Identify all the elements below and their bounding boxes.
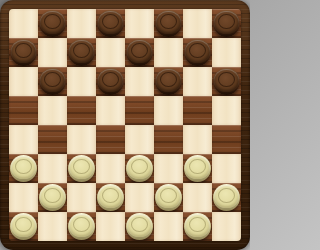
square-e1[interactable]: [125, 212, 154, 241]
square-f6[interactable]: [154, 67, 183, 96]
light-piece[interactable]: [213, 184, 240, 211]
square-h8[interactable]: [212, 9, 241, 38]
piece-groove-ring: [73, 159, 89, 174]
square-a1[interactable]: [9, 212, 38, 241]
square-c3[interactable]: [67, 154, 96, 183]
piece-face: [40, 69, 65, 93]
square-c5[interactable]: [67, 96, 96, 125]
piece-groove-ring: [189, 159, 205, 174]
square-g1[interactable]: [183, 212, 212, 241]
piece-groove-ring: [189, 43, 205, 58]
piece-groove-ring: [73, 43, 89, 58]
piece-groove-ring: [131, 217, 147, 232]
piece-groove-ring: [160, 188, 176, 203]
dark-piece[interactable]: [184, 39, 211, 66]
piece-face: [214, 69, 239, 93]
piece-face: [40, 11, 65, 35]
square-a3[interactable]: [9, 154, 38, 183]
square-d5[interactable]: [96, 96, 125, 125]
square-g7[interactable]: [183, 38, 212, 67]
piece-groove-ring: [218, 14, 234, 29]
square-b2[interactable]: [38, 183, 67, 212]
square-h7[interactable]: [212, 38, 241, 67]
square-a6[interactable]: [9, 67, 38, 96]
dark-piece[interactable]: [213, 68, 240, 95]
square-a4[interactable]: [9, 125, 38, 154]
square-h2[interactable]: [212, 183, 241, 212]
square-e5[interactable]: [125, 96, 154, 125]
dark-piece[interactable]: [39, 68, 66, 95]
light-piece[interactable]: [10, 155, 37, 182]
dark-piece[interactable]: [126, 39, 153, 66]
square-f3[interactable]: [154, 154, 183, 183]
piece-face: [69, 156, 94, 180]
piece-face: [156, 11, 181, 35]
square-d3[interactable]: [96, 154, 125, 183]
piece-groove-ring: [102, 188, 118, 203]
dark-piece[interactable]: [155, 10, 182, 37]
piece-face: [127, 214, 152, 238]
piece-face: [11, 156, 36, 180]
square-c6[interactable]: [67, 67, 96, 96]
square-f8[interactable]: [154, 9, 183, 38]
light-piece[interactable]: [184, 213, 211, 240]
piece-face: [69, 214, 94, 238]
square-f4[interactable]: [154, 125, 183, 154]
piece-groove-ring: [102, 14, 118, 29]
square-b6[interactable]: [38, 67, 67, 96]
piece-face: [127, 156, 152, 180]
dark-piece[interactable]: [213, 10, 240, 37]
piece-face: [40, 185, 65, 209]
piece-groove-ring: [15, 159, 31, 174]
light-piece[interactable]: [184, 155, 211, 182]
square-g5[interactable]: [183, 96, 212, 125]
square-b8[interactable]: [38, 9, 67, 38]
square-b4[interactable]: [38, 125, 67, 154]
piece-groove-ring: [44, 14, 60, 29]
piece-groove-ring: [15, 43, 31, 58]
piece-face: [98, 185, 123, 209]
square-b5[interactable]: [38, 96, 67, 125]
square-f7[interactable]: [154, 38, 183, 67]
dark-piece[interactable]: [97, 68, 124, 95]
piece-groove-ring: [160, 14, 176, 29]
square-h5[interactable]: [212, 96, 241, 125]
square-a2[interactable]: [9, 183, 38, 212]
square-g6[interactable]: [183, 67, 212, 96]
square-g2[interactable]: [183, 183, 212, 212]
square-e8[interactable]: [125, 9, 154, 38]
piece-face: [69, 40, 94, 64]
square-c4[interactable]: [67, 125, 96, 154]
light-piece[interactable]: [126, 155, 153, 182]
checkers-board-frame: [0, 0, 250, 250]
square-f1[interactable]: [154, 212, 183, 241]
light-piece[interactable]: [68, 213, 95, 240]
square-f2[interactable]: [154, 183, 183, 212]
square-b7[interactable]: [38, 38, 67, 67]
square-b1[interactable]: [38, 212, 67, 241]
square-b3[interactable]: [38, 154, 67, 183]
square-a7[interactable]: [9, 38, 38, 67]
square-g4[interactable]: [183, 125, 212, 154]
piece-face: [11, 40, 36, 64]
piece-groove-ring: [189, 217, 205, 232]
piece-face: [214, 185, 239, 209]
piece-face: [185, 214, 210, 238]
square-d7[interactable]: [96, 38, 125, 67]
piece-groove-ring: [102, 72, 118, 87]
square-e2[interactable]: [125, 183, 154, 212]
light-piece[interactable]: [155, 184, 182, 211]
square-h4[interactable]: [212, 125, 241, 154]
light-piece[interactable]: [97, 184, 124, 211]
square-c8[interactable]: [67, 9, 96, 38]
piece-face: [214, 11, 239, 35]
piece-groove-ring: [218, 188, 234, 203]
square-f5[interactable]: [154, 96, 183, 125]
piece-groove-ring: [131, 43, 147, 58]
piece-face: [98, 11, 123, 35]
square-h3[interactable]: [212, 154, 241, 183]
square-d8[interactable]: [96, 9, 125, 38]
light-piece[interactable]: [39, 184, 66, 211]
square-d1[interactable]: [96, 212, 125, 241]
square-c7[interactable]: [67, 38, 96, 67]
square-e3[interactable]: [125, 154, 154, 183]
square-e6[interactable]: [125, 67, 154, 96]
square-h1[interactable]: [212, 212, 241, 241]
piece-groove-ring: [218, 72, 234, 87]
piece-groove-ring: [160, 72, 176, 87]
square-c2[interactable]: [67, 183, 96, 212]
light-piece[interactable]: [10, 213, 37, 240]
piece-face: [127, 40, 152, 64]
square-g8[interactable]: [183, 9, 212, 38]
piece-groove-ring: [44, 188, 60, 203]
piece-face: [185, 40, 210, 64]
piece-groove-ring: [73, 217, 89, 232]
light-piece[interactable]: [68, 155, 95, 182]
dark-piece[interactable]: [10, 39, 37, 66]
dark-piece[interactable]: [155, 68, 182, 95]
square-a8[interactable]: [9, 9, 38, 38]
piece-face: [98, 69, 123, 93]
piece-groove-ring: [15, 217, 31, 232]
dark-piece[interactable]: [68, 39, 95, 66]
square-d2[interactable]: [96, 183, 125, 212]
square-d4[interactable]: [96, 125, 125, 154]
piece-face: [185, 156, 210, 180]
dark-piece[interactable]: [97, 10, 124, 37]
piece-face: [156, 185, 181, 209]
piece-groove-ring: [44, 72, 60, 87]
piece-face: [156, 69, 181, 93]
checkers-board-grid: [9, 9, 241, 241]
square-e4[interactable]: [125, 125, 154, 154]
square-a5[interactable]: [9, 96, 38, 125]
square-g3[interactable]: [183, 154, 212, 183]
dark-piece[interactable]: [39, 10, 66, 37]
piece-groove-ring: [131, 159, 147, 174]
square-d6[interactable]: [96, 67, 125, 96]
light-piece[interactable]: [126, 213, 153, 240]
piece-face: [11, 214, 36, 238]
square-c1[interactable]: [67, 212, 96, 241]
square-h6[interactable]: [212, 67, 241, 96]
square-e7[interactable]: [125, 38, 154, 67]
